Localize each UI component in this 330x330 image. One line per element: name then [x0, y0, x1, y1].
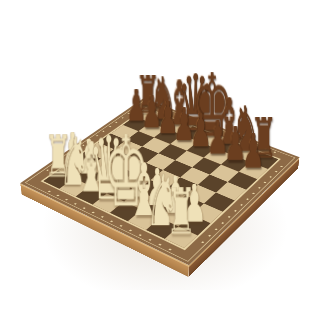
piece-black-rook: ♜ — [110, 75, 187, 116]
perspective-scene: ♜♞♝♛♚♝♞♜♟♟♟♟♟♟♟♟♟♟♟♟♟♟♟♟♜♞♝♛♚♝♞♜ — [0, 0, 330, 330]
piece-black-pawn: ♟ — [98, 89, 176, 124]
board-grid: ♜♞♝♛♚♝♞♜♟♟♟♟♟♟♟♟♟♟♟♟♟♟♟♟♜♞♝♛♚♝♞♜ — [41, 107, 281, 250]
square-f6 — [192, 158, 221, 175]
piece-white-rook: ♜ — [16, 134, 102, 180]
product-photo-stage: ♜♞♝♛♚♝♞♜♟♟♟♟♟♟♟♟♟♟♟♟♟♟♟♟♜♞♝♛♚♝♞♜ — [0, 0, 330, 330]
chess-board: ♜♞♝♛♚♝♞♜♟♟♟♟♟♟♟♟♟♟♟♟♟♟♟♟♜♞♝♛♚♝♞♜ — [20, 98, 299, 265]
